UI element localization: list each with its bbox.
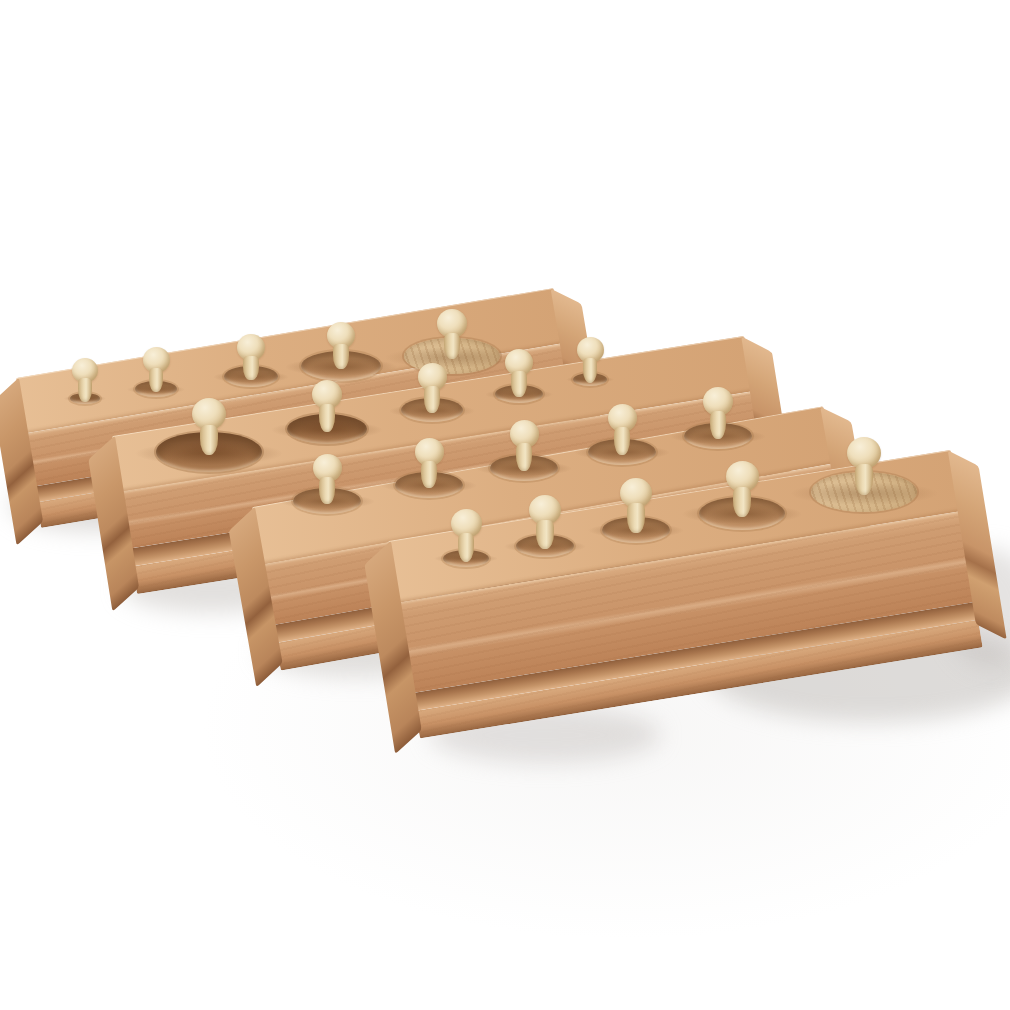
cylinder-knob[interactable] [529,495,561,549]
knob-neck [424,386,440,413]
knobbed-cylinder-a2[interactable] [135,381,177,397]
knobbed-cylinder-d5[interactable] [811,472,917,512]
cylinder-knob[interactable] [703,387,733,439]
knob-neck [78,378,92,402]
cylinder-knob[interactable] [418,363,447,413]
cylinder-knob[interactable] [451,509,482,562]
cylinder-knob[interactable] [327,322,355,369]
cylinder-knob[interactable] [312,380,342,432]
knobbed-cylinder-c3[interactable] [490,455,558,481]
knobbed-cylinder-b3[interactable] [401,398,463,422]
knobbed-cylinder-a1[interactable] [70,393,100,404]
knobbed-cylinder-c1[interactable] [293,488,361,514]
knob-neck [516,443,532,471]
cylinder-knob[interactable] [577,337,604,383]
knob-neck [319,477,335,504]
knob-neck [733,487,751,517]
knobbed-cylinder-a4[interactable] [301,351,381,381]
knob-neck [627,503,644,533]
cylinder-knob[interactable] [726,461,759,517]
knobbed-cylinder-a3[interactable] [224,366,278,387]
cylinder-knob[interactable] [437,309,467,359]
knobbed-cylinder-d4[interactable] [699,497,785,530]
knobbed-cylinder-b1[interactable] [156,432,262,472]
knobbed-cylinder-d1[interactable] [443,550,489,567]
knob-neck [710,411,726,439]
knobbed-cylinder-d3[interactable] [602,517,670,543]
knobbed-cylinder-b2[interactable] [287,414,367,444]
knob-neck [855,464,873,495]
knob-neck [200,425,218,455]
knobbed-cylinder-b4[interactable] [495,385,543,403]
knob-neck [583,358,598,383]
knob-neck [444,333,460,359]
knobbed-cylinder-c4[interactable] [588,439,656,465]
knob-neck [421,461,437,488]
knob-neck [458,533,475,562]
knob-neck [149,368,164,392]
cylinder-knob[interactable] [143,347,170,392]
cylinder-knob[interactable] [72,358,98,402]
cylinder-knob[interactable] [608,404,637,455]
knob-neck [614,427,630,455]
cylinder-knob[interactable] [505,349,533,397]
knob-neck [511,371,526,397]
cylinder-knob[interactable] [313,454,342,504]
cylinder-knob[interactable] [620,478,652,533]
knobbed-cylinder-c2[interactable] [395,472,463,498]
knobbed-cylinder-b5[interactable] [573,373,607,386]
knob-neck [243,356,258,380]
cylinder-knob[interactable] [192,398,226,455]
knobbed-cylinder-c5[interactable] [684,423,752,449]
cylinder-knob[interactable] [510,420,539,471]
knob-neck [536,520,553,549]
cylinder-knob[interactable] [237,334,265,380]
cylinder-knob[interactable] [847,437,881,495]
knob-neck [333,344,348,369]
knobbed-cylinder-d2[interactable] [516,535,574,557]
cylinder-knob[interactable] [415,438,444,488]
knob-neck [319,404,335,432]
product-photo-montessori-cylinder-blocks [0,0,1010,1010]
